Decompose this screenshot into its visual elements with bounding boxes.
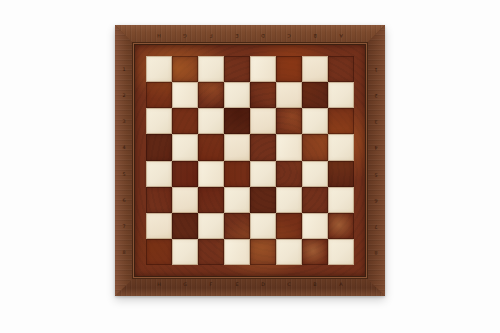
square-a3 [328,108,354,134]
board-frame-top [115,25,385,45]
square-f3 [198,108,224,134]
square-g6 [172,187,198,213]
square-f7 [198,213,224,239]
square-d4 [250,134,276,160]
square-h1 [146,56,172,82]
square-f2 [198,82,224,108]
square-f8 [198,239,224,265]
board-frame-bottom [115,276,385,296]
square-f5 [198,161,224,187]
square-e4 [224,134,250,160]
square-c4 [276,134,302,160]
square-d1 [250,56,276,82]
square-f4 [198,134,224,160]
square-h5 [146,161,172,187]
square-a1 [328,56,354,82]
board-grid [146,56,354,265]
square-c7 [276,213,302,239]
square-c2 [276,82,302,108]
square-a7 [328,213,354,239]
square-a4 [328,134,354,160]
square-c1 [276,56,302,82]
square-g2 [172,82,198,108]
square-b2 [302,82,328,108]
square-g8 [172,239,198,265]
square-c8 [276,239,302,265]
square-h2 [146,82,172,108]
square-d8 [250,239,276,265]
square-g5 [172,161,198,187]
square-c3 [276,108,302,134]
square-b7 [302,213,328,239]
board-burl-field [135,45,365,276]
board-frame-left [115,25,135,296]
square-a6 [328,187,354,213]
square-g4 [172,134,198,160]
square-a8 [328,239,354,265]
square-e7 [224,213,250,239]
square-e2 [224,82,250,108]
square-g3 [172,108,198,134]
square-e8 [224,239,250,265]
square-a2 [328,82,354,108]
square-g1 [172,56,198,82]
chessboard: HGFEDCBA HGFEDCBA 12345678 12345678 [115,25,385,296]
square-b5 [302,161,328,187]
square-c6 [276,187,302,213]
board-frame-right [365,25,385,296]
square-a5 [328,161,354,187]
square-d7 [250,213,276,239]
square-h8 [146,239,172,265]
square-g7 [172,213,198,239]
square-b6 [302,187,328,213]
square-b4 [302,134,328,160]
square-h3 [146,108,172,134]
square-h6 [146,187,172,213]
square-e5 [224,161,250,187]
square-e3 [224,108,250,134]
square-d3 [250,108,276,134]
square-d5 [250,161,276,187]
square-e6 [224,187,250,213]
square-f6 [198,187,224,213]
square-d2 [250,82,276,108]
square-c5 [276,161,302,187]
square-e1 [224,56,250,82]
square-b8 [302,239,328,265]
square-b3 [302,108,328,134]
square-h4 [146,134,172,160]
square-b1 [302,56,328,82]
square-h7 [146,213,172,239]
square-d6 [250,187,276,213]
square-f1 [198,56,224,82]
